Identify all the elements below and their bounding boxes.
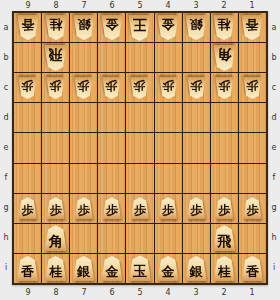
gote-silver-piece[interactable]: 銀: [73, 15, 95, 40]
piece-body: 香: [241, 15, 263, 40]
piece-body: 歩: [102, 197, 121, 219]
file-label-5: 5: [126, 287, 154, 298]
square-8i[interactable]: 桂: [42, 254, 69, 283]
square-7e[interactable]: [70, 133, 97, 162]
file-labels-bottom: 987654321: [14, 287, 266, 298]
piece-kanji: 金: [162, 18, 175, 31]
square-7g[interactable]: 歩: [70, 194, 97, 223]
gote-gold-piece[interactable]: 金: [101, 15, 123, 40]
square-7b[interactable]: [70, 43, 97, 72]
rank-labels-left: abcdefghi: [0, 13, 12, 283]
piece-body: 角: [213, 45, 236, 71]
file-label-6: 6: [98, 0, 126, 11]
piece-kanji: 歩: [106, 204, 118, 216]
square-2h[interactable]: 飛: [211, 224, 238, 253]
gote-king-piece[interactable]: 王: [128, 15, 151, 41]
file-label-3: 3: [182, 287, 210, 298]
square-9c[interactable]: 歩: [14, 73, 41, 102]
rank-label-d: d: [268, 103, 280, 133]
piece-kanji: 桂: [218, 265, 231, 278]
piece-body: 香: [241, 256, 263, 281]
sente-silver-piece[interactable]: 銀: [185, 256, 207, 281]
file-label-6: 6: [98, 287, 126, 298]
file-label-2: 2: [210, 287, 238, 298]
sente-king-piece[interactable]: 玉: [128, 255, 151, 281]
file-label-8: 8: [42, 287, 70, 298]
piece-kanji: 桂: [218, 18, 231, 31]
piece-kanji: 桂: [49, 265, 62, 278]
square-8b[interactable]: 飛: [42, 43, 69, 72]
square-9i[interactable]: 香: [14, 254, 41, 283]
file-label-4: 4: [154, 0, 182, 11]
rank-label-a: a: [0, 13, 12, 43]
piece-kanji: 金: [105, 18, 118, 31]
rank-label-h: h: [0, 223, 12, 253]
square-5d[interactable]: [126, 103, 153, 132]
piece-body: 歩: [215, 77, 234, 99]
board-grid: 香桂銀金王金銀桂香飛角歩歩歩歩歩歩歩歩歩歩歩歩歩歩歩歩歩歩角飛香桂銀金玉金銀桂香: [14, 13, 266, 283]
gote-pawn-piece[interactable]: 歩: [74, 77, 93, 99]
piece-body: 歩: [130, 77, 149, 99]
piece-kanji: 歩: [190, 204, 202, 216]
file-label-8: 8: [42, 0, 70, 11]
piece-body: 玉: [128, 255, 151, 281]
square-7h[interactable]: [70, 224, 97, 253]
piece-kanji: 歩: [22, 204, 34, 216]
gote-pawn-piece[interactable]: 歩: [46, 77, 65, 99]
sente-pawn-piece[interactable]: 歩: [18, 197, 37, 219]
square-8a[interactable]: 桂: [42, 13, 69, 42]
sente-knight-piece[interactable]: 桂: [213, 256, 235, 281]
file-label-7: 7: [70, 287, 98, 298]
piece-body: 飛: [44, 45, 67, 71]
piece-kanji: 歩: [78, 80, 90, 92]
file-label-1: 1: [238, 287, 266, 298]
rank-label-e: e: [0, 133, 12, 163]
piece-kanji: 歩: [218, 204, 230, 216]
square-6d[interactable]: [98, 103, 125, 132]
piece-body: 桂: [213, 15, 235, 40]
file-label-1: 1: [238, 0, 266, 11]
sente-silver-piece[interactable]: 銀: [73, 256, 95, 281]
piece-body: 金: [157, 15, 179, 40]
square-4f[interactable]: [155, 164, 182, 193]
rank-label-g: g: [0, 193, 12, 223]
piece-body: 桂: [213, 256, 235, 281]
square-5b[interactable]: [126, 43, 153, 72]
piece-kanji: 歩: [218, 80, 230, 92]
square-2i[interactable]: 桂: [211, 254, 238, 283]
square-3i[interactable]: 銀: [183, 254, 210, 283]
gote-pawn-piece[interactable]: 歩: [18, 77, 37, 99]
piece-kanji: 歩: [50, 204, 62, 216]
square-5i[interactable]: 玉: [126, 254, 153, 283]
piece-kanji: 歩: [134, 80, 146, 92]
piece-kanji: 銀: [77, 265, 90, 278]
square-5h[interactable]: [126, 224, 153, 253]
square-4a[interactable]: 金: [155, 13, 182, 42]
square-4i[interactable]: 金: [155, 254, 182, 283]
square-8e[interactable]: [42, 133, 69, 162]
square-8g[interactable]: 歩: [42, 194, 69, 223]
square-7c[interactable]: 歩: [70, 73, 97, 102]
piece-body: 銀: [185, 256, 207, 281]
square-5f[interactable]: [126, 164, 153, 193]
gote-bishop-piece[interactable]: 角: [213, 45, 236, 71]
piece-kanji: 角: [49, 234, 63, 248]
square-5e[interactable]: [126, 133, 153, 162]
sente-pawn-piece[interactable]: 歩: [215, 197, 234, 219]
piece-kanji: 歩: [246, 80, 258, 92]
piece-kanji: 香: [21, 18, 34, 31]
square-6c[interactable]: 歩: [98, 73, 125, 102]
square-4g[interactable]: 歩: [155, 194, 182, 223]
sente-pawn-piece[interactable]: 歩: [46, 197, 65, 219]
shogi-board: 香桂銀金王金銀桂香飛角歩歩歩歩歩歩歩歩歩歩歩歩歩歩歩歩歩歩角飛香桂銀金玉金銀桂香: [12, 11, 268, 285]
piece-body: 歩: [130, 197, 149, 219]
piece-body: 歩: [74, 77, 93, 99]
square-6a[interactable]: 金: [98, 13, 125, 42]
square-2c[interactable]: 歩: [211, 73, 238, 102]
square-4e[interactable]: [155, 133, 182, 162]
sente-knight-piece[interactable]: 桂: [45, 256, 67, 281]
piece-body: 歩: [74, 197, 93, 219]
file-labels-top: 987654321: [14, 0, 266, 11]
piece-kanji: 飛: [217, 234, 231, 248]
piece-body: 銀: [73, 256, 95, 281]
square-2e[interactable]: [211, 133, 238, 162]
piece-kanji: 金: [162, 265, 175, 278]
square-3a[interactable]: 銀: [183, 13, 210, 42]
sente-pawn-piece[interactable]: 歩: [159, 197, 178, 219]
square-2g[interactable]: 歩: [211, 194, 238, 223]
piece-body: 香: [17, 15, 39, 40]
piece-body: 歩: [243, 77, 262, 99]
file-label-2: 2: [210, 0, 238, 11]
sente-pawn-piece[interactable]: 歩: [187, 197, 206, 219]
gote-silver-piece[interactable]: 銀: [185, 15, 207, 40]
piece-body: 歩: [159, 77, 178, 99]
file-label-9: 9: [14, 287, 42, 298]
rank-labels-right: abcdefghi: [268, 13, 280, 283]
rank-label-e: e: [268, 133, 280, 163]
square-6b[interactable]: [98, 43, 125, 72]
rank-label-h: h: [268, 223, 280, 253]
square-2a[interactable]: 桂: [211, 13, 238, 42]
sente-pawn-piece[interactable]: 歩: [74, 197, 93, 219]
piece-kanji: 歩: [106, 80, 118, 92]
square-1c[interactable]: 歩: [239, 73, 266, 102]
square-8f[interactable]: [42, 164, 69, 193]
piece-kanji: 歩: [50, 80, 62, 92]
piece-body: 歩: [46, 197, 65, 219]
piece-body: 金: [101, 15, 123, 40]
square-4h[interactable]: [155, 224, 182, 253]
piece-body: 飛: [213, 225, 236, 251]
square-3e[interactable]: [183, 133, 210, 162]
gote-pawn-piece[interactable]: 歩: [215, 77, 234, 99]
rank-label-d: d: [0, 103, 12, 133]
piece-body: 桂: [45, 256, 67, 281]
piece-body: 歩: [18, 197, 37, 219]
gote-pawn-piece[interactable]: 歩: [130, 77, 149, 99]
piece-body: 歩: [215, 197, 234, 219]
square-4b[interactable]: [155, 43, 182, 72]
file-label-5: 5: [126, 0, 154, 11]
sente-bishop-piece[interactable]: 角: [44, 225, 67, 251]
piece-body: 歩: [187, 197, 206, 219]
rank-label-a: a: [268, 13, 280, 43]
piece-kanji: 銀: [77, 18, 90, 31]
sente-lance-piece[interactable]: 香: [17, 256, 39, 281]
piece-kanji: 玉: [133, 264, 147, 278]
square-6i[interactable]: 金: [98, 254, 125, 283]
piece-kanji: 歩: [246, 204, 258, 216]
square-3g[interactable]: 歩: [183, 194, 210, 223]
square-7i[interactable]: 銀: [70, 254, 97, 283]
piece-kanji: 歩: [190, 80, 202, 92]
piece-kanji: 銀: [190, 265, 203, 278]
sente-rook-piece[interactable]: 飛: [213, 225, 236, 251]
square-6h[interactable]: [98, 224, 125, 253]
square-6f[interactable]: [98, 164, 125, 193]
gote-lance-piece[interactable]: 香: [17, 15, 39, 40]
piece-kanji: 桂: [49, 18, 62, 31]
piece-body: 歩: [187, 77, 206, 99]
sente-pawn-piece[interactable]: 歩: [243, 197, 262, 219]
piece-body: 金: [101, 256, 123, 281]
square-1i[interactable]: 香: [239, 254, 266, 283]
piece-body: 歩: [243, 197, 262, 219]
piece-kanji: 歩: [162, 80, 174, 92]
square-3d[interactable]: [183, 103, 210, 132]
piece-kanji: 歩: [134, 204, 146, 216]
square-1a[interactable]: 香: [239, 13, 266, 42]
piece-body: 歩: [159, 197, 178, 219]
piece-kanji: 角: [217, 48, 231, 62]
square-9e[interactable]: [14, 133, 41, 162]
piece-kanji: 香: [246, 18, 259, 31]
gote-pawn-piece[interactable]: 歩: [243, 77, 262, 99]
square-1f[interactable]: [239, 164, 266, 193]
piece-kanji: 歩: [162, 204, 174, 216]
square-7a[interactable]: 銀: [70, 13, 97, 42]
piece-kanji: 銀: [190, 18, 203, 31]
square-3c[interactable]: 歩: [183, 73, 210, 102]
square-6e[interactable]: [98, 133, 125, 162]
square-1d[interactable]: [239, 103, 266, 132]
square-3f[interactable]: [183, 164, 210, 193]
rank-label-f: f: [268, 163, 280, 193]
square-2f[interactable]: [211, 164, 238, 193]
rank-label-i: i: [268, 253, 280, 283]
sente-lance-piece[interactable]: 香: [241, 256, 263, 281]
square-9g[interactable]: 歩: [14, 194, 41, 223]
gote-gold-piece[interactable]: 金: [157, 15, 179, 40]
square-2d[interactable]: [211, 103, 238, 132]
gote-knight-piece[interactable]: 桂: [213, 15, 235, 40]
square-3h[interactable]: [183, 224, 210, 253]
file-label-9: 9: [14, 0, 42, 11]
rank-label-c: c: [268, 73, 280, 103]
square-8c[interactable]: 歩: [42, 73, 69, 102]
square-9f[interactable]: [14, 164, 41, 193]
piece-body: 銀: [185, 15, 207, 40]
piece-body: 王: [128, 15, 151, 41]
rank-label-b: b: [268, 43, 280, 73]
file-label-3: 3: [182, 0, 210, 11]
square-9d[interactable]: [14, 103, 41, 132]
square-9b[interactable]: [14, 43, 41, 72]
file-label-7: 7: [70, 0, 98, 11]
piece-body: 金: [157, 256, 179, 281]
piece-body: 香: [17, 256, 39, 281]
square-4c[interactable]: 歩: [155, 73, 182, 102]
gote-pawn-piece[interactable]: 歩: [187, 77, 206, 99]
sente-pawn-piece[interactable]: 歩: [130, 197, 149, 219]
gote-rook-piece[interactable]: 飛: [44, 45, 67, 71]
gote-knight-piece[interactable]: 桂: [45, 15, 67, 40]
square-2b[interactable]: 角: [211, 43, 238, 72]
square-8h[interactable]: 角: [42, 224, 69, 253]
piece-kanji: 歩: [78, 204, 90, 216]
piece-kanji: 飛: [49, 48, 63, 62]
piece-body: 歩: [18, 77, 37, 99]
square-1h[interactable]: [239, 224, 266, 253]
piece-body: 角: [44, 225, 67, 251]
square-7d[interactable]: [70, 103, 97, 132]
sente-pawn-piece[interactable]: 歩: [102, 197, 121, 219]
shogi-app: 987654321 987654321 abcdefghi abcdefghi …: [0, 0, 280, 300]
square-5g[interactable]: 歩: [126, 194, 153, 223]
sente-gold-piece[interactable]: 金: [101, 256, 123, 281]
piece-kanji: 歩: [22, 80, 34, 92]
sente-gold-piece[interactable]: 金: [157, 256, 179, 281]
gote-pawn-piece[interactable]: 歩: [102, 77, 121, 99]
square-1g[interactable]: 歩: [239, 194, 266, 223]
piece-kanji: 香: [246, 265, 259, 278]
piece-body: 銀: [73, 15, 95, 40]
rank-label-i: i: [0, 253, 12, 283]
square-5c[interactable]: 歩: [126, 73, 153, 102]
square-3b[interactable]: [183, 43, 210, 72]
piece-kanji: 香: [21, 265, 34, 278]
rank-label-f: f: [0, 163, 12, 193]
square-6g[interactable]: 歩: [98, 194, 125, 223]
rank-label-c: c: [0, 73, 12, 103]
piece-kanji: 王: [133, 18, 147, 32]
square-1e[interactable]: [239, 133, 266, 162]
file-label-4: 4: [154, 287, 182, 298]
rank-label-g: g: [268, 193, 280, 223]
square-9h[interactable]: [14, 224, 41, 253]
square-7f[interactable]: [70, 164, 97, 193]
piece-body: 桂: [45, 15, 67, 40]
square-1b[interactable]: [239, 43, 266, 72]
gote-lance-piece[interactable]: 香: [241, 15, 263, 40]
rank-label-b: b: [0, 43, 12, 73]
gote-pawn-piece[interactable]: 歩: [159, 77, 178, 99]
square-4d[interactable]: [155, 103, 182, 132]
piece-body: 歩: [102, 77, 121, 99]
square-8d[interactable]: [42, 103, 69, 132]
piece-kanji: 金: [105, 265, 118, 278]
piece-body: 歩: [46, 77, 65, 99]
square-5a[interactable]: 王: [126, 13, 153, 42]
square-9a[interactable]: 香: [14, 13, 41, 42]
